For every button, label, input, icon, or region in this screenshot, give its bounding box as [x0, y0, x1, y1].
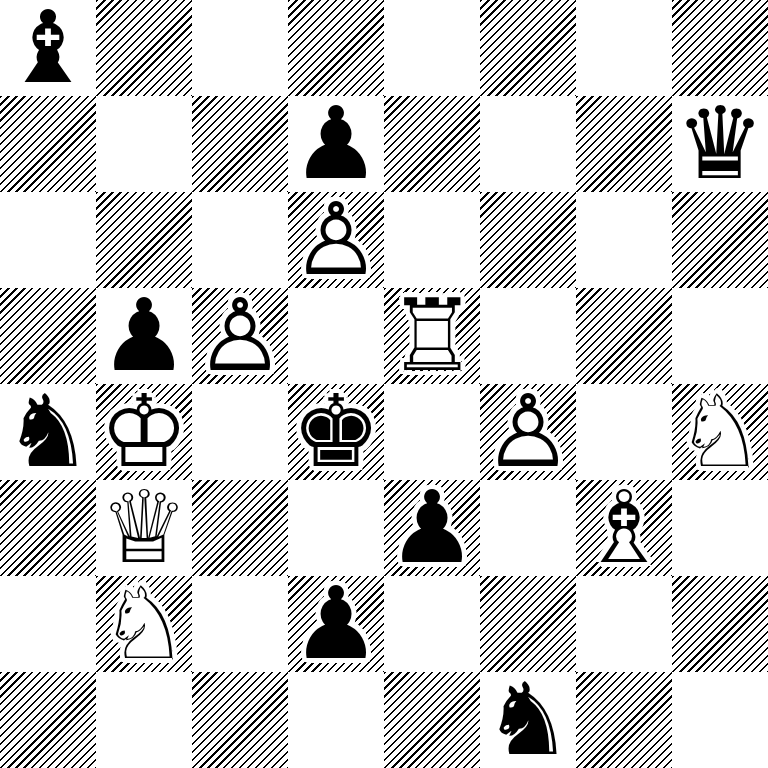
square-c5[interactable]: ♟♙ — [192, 288, 288, 384]
square-b8[interactable] — [96, 0, 192, 96]
white-knight-icon: ♘ — [96, 576, 192, 672]
square-h6[interactable] — [672, 192, 768, 288]
square-h1[interactable] — [672, 672, 768, 768]
square-g8[interactable] — [576, 0, 672, 96]
square-c1[interactable] — [192, 672, 288, 768]
black-pawn-icon: ♟ — [384, 480, 480, 576]
white-pawn-icon: ♙ — [288, 192, 384, 288]
square-f4[interactable]: ♟♙ — [480, 384, 576, 480]
square-d7[interactable]: ♟♟ — [288, 96, 384, 192]
square-f1[interactable]: ♞♞ — [480, 672, 576, 768]
square-g2[interactable] — [576, 576, 672, 672]
square-a4[interactable]: ♞♞ — [0, 384, 96, 480]
square-a6[interactable] — [0, 192, 96, 288]
white-knight-icon: ♘ — [672, 384, 768, 480]
piece-halo: ♚ — [96, 384, 192, 480]
square-c6[interactable] — [192, 192, 288, 288]
square-c7[interactable] — [192, 96, 288, 192]
square-d8[interactable] — [288, 0, 384, 96]
piece-halo: ♟ — [288, 576, 384, 672]
square-g7[interactable] — [576, 96, 672, 192]
black-pawn-icon: ♟ — [288, 576, 384, 672]
square-h8[interactable] — [672, 0, 768, 96]
square-f5[interactable] — [480, 288, 576, 384]
square-e5[interactable]: ♜♖ — [384, 288, 480, 384]
white-queen-icon: ♕ — [96, 480, 192, 576]
square-f7[interactable] — [480, 96, 576, 192]
black-king-icon: ♚ — [288, 384, 384, 480]
square-d3[interactable] — [288, 480, 384, 576]
square-e1[interactable] — [384, 672, 480, 768]
white-rook-icon: ♖ — [384, 288, 480, 384]
square-f8[interactable] — [480, 0, 576, 96]
square-f6[interactable] — [480, 192, 576, 288]
square-d1[interactable] — [288, 672, 384, 768]
square-a3[interactable] — [0, 480, 96, 576]
square-h4[interactable]: ♞♘ — [672, 384, 768, 480]
square-d6[interactable]: ♟♙ — [288, 192, 384, 288]
piece-halo: ♟ — [96, 288, 192, 384]
white-bishop-icon: ♗ — [576, 480, 672, 576]
black-bishop-icon: ♝ — [0, 0, 96, 96]
square-a1[interactable] — [0, 672, 96, 768]
white-pawn-icon: ♙ — [192, 288, 288, 384]
black-pawn-icon: ♟ — [288, 96, 384, 192]
square-h2[interactable] — [672, 576, 768, 672]
piece-halo: ♟ — [288, 96, 384, 192]
square-b5[interactable]: ♟♟ — [96, 288, 192, 384]
square-a2[interactable] — [0, 576, 96, 672]
square-g4[interactable] — [576, 384, 672, 480]
chess-board: ♝♝♟♟♛♛♟♙♟♟♟♙♜♖♞♞♚♔♚♚♟♙♞♘♛♕♟♟♝♗♞♘♟♟♞♞ — [0, 0, 768, 768]
piece-halo: ♞ — [96, 576, 192, 672]
piece-halo: ♟ — [288, 192, 384, 288]
square-c4[interactable] — [192, 384, 288, 480]
square-f3[interactable] — [480, 480, 576, 576]
white-pawn-icon: ♙ — [480, 384, 576, 480]
square-c8[interactable] — [192, 0, 288, 96]
square-d2[interactable]: ♟♟ — [288, 576, 384, 672]
black-knight-icon: ♞ — [480, 672, 576, 768]
white-king-icon: ♔ — [96, 384, 192, 480]
square-a5[interactable] — [0, 288, 96, 384]
piece-halo: ♟ — [480, 384, 576, 480]
square-b3[interactable]: ♛♕ — [96, 480, 192, 576]
square-g5[interactable] — [576, 288, 672, 384]
square-c2[interactable] — [192, 576, 288, 672]
square-b4[interactable]: ♚♔ — [96, 384, 192, 480]
square-e6[interactable] — [384, 192, 480, 288]
black-knight-icon: ♞ — [0, 384, 96, 480]
piece-halo: ♝ — [0, 0, 96, 96]
piece-halo: ♞ — [0, 384, 96, 480]
piece-halo: ♜ — [384, 288, 480, 384]
square-h5[interactable] — [672, 288, 768, 384]
piece-halo: ♟ — [384, 480, 480, 576]
piece-halo: ♝ — [576, 480, 672, 576]
piece-halo: ♚ — [288, 384, 384, 480]
square-b7[interactable] — [96, 96, 192, 192]
piece-halo: ♛ — [96, 480, 192, 576]
square-h3[interactable] — [672, 480, 768, 576]
black-pawn-icon: ♟ — [96, 288, 192, 384]
square-e2[interactable] — [384, 576, 480, 672]
square-a8[interactable]: ♝♝ — [0, 0, 96, 96]
square-d4[interactable]: ♚♚ — [288, 384, 384, 480]
square-h7[interactable]: ♛♛ — [672, 96, 768, 192]
square-g6[interactable] — [576, 192, 672, 288]
square-b6[interactable] — [96, 192, 192, 288]
black-queen-icon: ♛ — [672, 96, 768, 192]
square-e3[interactable]: ♟♟ — [384, 480, 480, 576]
square-e7[interactable] — [384, 96, 480, 192]
square-a7[interactable] — [0, 96, 96, 192]
piece-halo: ♛ — [672, 96, 768, 192]
square-c3[interactable] — [192, 480, 288, 576]
square-g3[interactable]: ♝♗ — [576, 480, 672, 576]
square-e8[interactable] — [384, 0, 480, 96]
square-b1[interactable] — [96, 672, 192, 768]
square-b2[interactable]: ♞♘ — [96, 576, 192, 672]
square-e4[interactable] — [384, 384, 480, 480]
square-d5[interactable] — [288, 288, 384, 384]
square-f2[interactable] — [480, 576, 576, 672]
square-g1[interactable] — [576, 672, 672, 768]
piece-halo: ♞ — [480, 672, 576, 768]
piece-halo: ♞ — [672, 384, 768, 480]
piece-halo: ♟ — [192, 288, 288, 384]
